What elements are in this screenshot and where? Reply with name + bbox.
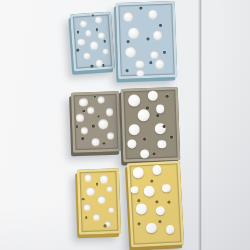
white-hole xyxy=(144,185,156,197)
white-hole xyxy=(79,19,87,27)
drilled-dot xyxy=(156,114,159,117)
plate-large-gray xyxy=(121,87,181,162)
drilled-dot xyxy=(159,221,162,224)
white-hole xyxy=(85,29,92,36)
plates-layer xyxy=(0,0,250,250)
drilled-dot xyxy=(137,223,140,226)
plate-large-yellow xyxy=(127,161,184,248)
white-hole xyxy=(106,108,113,115)
drilled-dot xyxy=(93,95,96,98)
white-hole xyxy=(86,187,96,197)
drilled-dot xyxy=(170,135,173,138)
white-hole xyxy=(83,203,90,210)
white-hole xyxy=(87,107,94,114)
white-hole xyxy=(90,41,99,50)
white-hole xyxy=(153,30,163,40)
drilled-dot xyxy=(139,7,142,10)
white-hole xyxy=(127,94,139,106)
drilled-dot xyxy=(82,198,85,201)
white-hole xyxy=(136,203,147,214)
drilled-dot xyxy=(147,38,150,41)
white-hole xyxy=(102,48,109,55)
white-hole xyxy=(76,114,84,122)
white-hole xyxy=(77,38,85,46)
plate-large-blue xyxy=(116,1,178,79)
drilled-dot xyxy=(146,106,149,109)
drilled-dot xyxy=(165,95,168,98)
drilled-dot xyxy=(96,28,99,31)
drilled-dot xyxy=(96,183,99,186)
drilled-dot xyxy=(163,125,166,128)
white-hole xyxy=(166,225,175,234)
white-hole xyxy=(106,186,112,192)
white-hole xyxy=(140,149,150,159)
drilled-dot xyxy=(126,69,129,72)
white-hole xyxy=(98,195,107,204)
white-hole xyxy=(81,127,88,134)
white-hole xyxy=(98,96,105,103)
white-hole xyxy=(98,31,106,39)
drilled-dot xyxy=(97,115,100,118)
white-hole xyxy=(93,214,100,221)
drilled-dot xyxy=(76,31,79,34)
drilled-dot xyxy=(76,126,79,129)
drilled-dot xyxy=(104,225,107,228)
white-hole xyxy=(150,51,159,60)
drilled-dot xyxy=(155,201,158,204)
white-hole xyxy=(138,109,150,121)
white-hole xyxy=(128,27,140,39)
white-hole xyxy=(123,12,133,22)
drilled-dot xyxy=(167,201,170,204)
white-hole xyxy=(158,140,167,149)
drilled-dot xyxy=(153,152,156,155)
drilled-dot xyxy=(162,51,165,54)
drilled-dot xyxy=(127,40,130,43)
drilled-dot xyxy=(85,216,88,219)
white-hole xyxy=(83,51,90,58)
white-hole xyxy=(137,69,145,77)
white-hole xyxy=(129,124,140,135)
drilled-dot xyxy=(91,14,94,17)
plate-small-blue xyxy=(70,12,115,72)
white-hole xyxy=(84,174,91,181)
drilled-dot xyxy=(137,199,140,202)
white-hole xyxy=(95,16,102,23)
white-hole xyxy=(155,59,165,69)
drilled-dot xyxy=(92,125,95,128)
drilled-dot xyxy=(76,49,79,52)
drilled-dot xyxy=(103,40,106,43)
drilled-dot xyxy=(150,180,153,183)
white-hole xyxy=(127,140,136,149)
drilled-dot xyxy=(91,65,94,68)
white-hole xyxy=(133,167,145,179)
white-hole xyxy=(152,165,162,175)
drilled-dot xyxy=(83,110,86,113)
white-hole xyxy=(79,98,88,107)
white-hole xyxy=(107,132,114,139)
white-hole xyxy=(98,119,108,129)
white-hole xyxy=(162,184,171,193)
white-hole xyxy=(108,206,114,212)
drilled-dot xyxy=(103,142,106,145)
white-hole xyxy=(156,206,165,215)
white-hole xyxy=(131,186,139,194)
white-hole xyxy=(148,91,159,102)
white-hole xyxy=(146,222,157,233)
plate-small-yellow xyxy=(77,168,121,234)
white-hole xyxy=(91,138,99,146)
white-hole xyxy=(135,59,144,68)
plate-small-gray xyxy=(71,91,121,153)
white-hole xyxy=(148,9,158,19)
white-hole xyxy=(125,46,136,57)
drilled-dot xyxy=(102,64,105,67)
drilled-dot xyxy=(81,137,84,140)
white-hole xyxy=(156,104,165,113)
photo-backdrop xyxy=(0,0,250,250)
white-hole xyxy=(100,175,109,184)
drilled-dot xyxy=(149,61,152,64)
drilled-dot xyxy=(159,24,162,27)
drilled-dot xyxy=(143,138,146,141)
